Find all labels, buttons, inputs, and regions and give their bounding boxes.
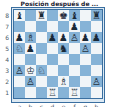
rank-labels: 87654321 xyxy=(2,7,11,103)
square-b6: ♗ xyxy=(25,32,36,43)
square-d2 xyxy=(47,76,58,87)
file-label-f: f xyxy=(69,103,80,107)
black-pawn: ♟ xyxy=(48,32,57,43)
rank-label-8: 8 xyxy=(2,10,11,21)
black-knight: ♞ xyxy=(59,43,68,54)
square-e2: ♗ xyxy=(58,76,69,87)
file-label-b: b xyxy=(25,103,36,107)
square-e8: ♚ xyxy=(58,10,69,21)
black-pawn: ♟ xyxy=(59,32,68,43)
square-h7 xyxy=(91,21,102,32)
chess-board: ♝♜♚♝♜♟♟♗♟♟♙♟♟♘♟♞♙♙♔♘♙♗♙♖♖ xyxy=(14,10,102,98)
black-pawn: ♟ xyxy=(15,32,24,43)
square-c7 xyxy=(36,21,47,32)
square-d5 xyxy=(47,43,58,54)
rank-label-6: 6 xyxy=(2,32,11,43)
square-g7 xyxy=(80,21,91,32)
square-b4 xyxy=(25,54,36,65)
black-pawn: ♟ xyxy=(26,43,35,54)
white-rook: ♖ xyxy=(48,87,57,98)
file-label-d: d xyxy=(47,103,58,107)
square-e4 xyxy=(58,54,69,65)
square-c8: ♜ xyxy=(36,10,47,21)
white-pawn: ♙ xyxy=(15,65,24,76)
square-h8: ♜ xyxy=(91,10,102,21)
square-e6: ♟ xyxy=(58,32,69,43)
square-g2 xyxy=(80,76,91,87)
rank-label-5: 5 xyxy=(2,43,11,54)
board-area: 87654321 ♝♜♚♝♜♟♟♗♟♟♙♟♟♘♟♞♙♙♔♘♙♗♙♖♖ xyxy=(2,7,119,103)
square-e7 xyxy=(58,21,69,32)
square-d4 xyxy=(47,54,58,65)
square-h3 xyxy=(91,65,102,76)
square-g1 xyxy=(80,87,91,98)
black-king: ♚ xyxy=(59,10,68,21)
square-b1 xyxy=(25,87,36,98)
square-e1 xyxy=(58,87,69,98)
square-e5: ♞ xyxy=(58,43,69,54)
square-h2: ♙ xyxy=(91,76,102,87)
square-c3: ♘ xyxy=(36,65,47,76)
square-f4 xyxy=(69,54,80,65)
square-b7 xyxy=(25,21,36,32)
square-a7 xyxy=(14,21,25,32)
square-f6: ♙ xyxy=(69,32,80,43)
square-h6: ♟ xyxy=(91,32,102,43)
white-bishop: ♗ xyxy=(26,32,35,43)
square-g8 xyxy=(80,10,91,21)
square-g5: ♙ xyxy=(80,43,91,54)
square-c1 xyxy=(36,87,47,98)
square-h5 xyxy=(91,43,102,54)
square-b2: ♙ xyxy=(25,76,36,87)
square-g3 xyxy=(80,65,91,76)
black-pawn: ♟ xyxy=(70,21,79,32)
square-a4 xyxy=(14,54,25,65)
square-d1: ♖ xyxy=(47,87,58,98)
white-bishop: ♗ xyxy=(59,76,68,87)
square-c2 xyxy=(36,76,47,87)
square-f7: ♟ xyxy=(69,21,80,32)
square-a2 xyxy=(14,76,25,87)
square-f3 xyxy=(69,65,80,76)
white-pawn: ♙ xyxy=(92,76,101,87)
white-rook: ♖ xyxy=(70,87,79,98)
square-g6: ♟ xyxy=(80,32,91,43)
rank-label-3: 3 xyxy=(2,65,11,76)
file-label-c: c xyxy=(36,103,47,107)
file-label-h: h xyxy=(91,103,102,107)
square-f2 xyxy=(69,76,80,87)
board-frame: ♝♜♚♝♜♟♟♗♟♟♙♟♟♘♟♞♙♙♔♘♙♗♙♖♖ xyxy=(11,7,105,103)
file-label-g: g xyxy=(80,103,91,107)
file-labels: abcdefgh xyxy=(14,103,119,107)
diagram-caption: Posición después de ... xyxy=(0,0,119,7)
square-h4 xyxy=(91,54,102,65)
white-knight: ♘ xyxy=(37,65,46,76)
square-b8 xyxy=(25,10,36,21)
rank-label-4: 4 xyxy=(2,54,11,65)
rank-label-2: 2 xyxy=(2,76,11,87)
square-f8: ♝ xyxy=(69,10,80,21)
square-e3 xyxy=(58,65,69,76)
file-label-e: e xyxy=(58,103,69,107)
square-f1: ♖ xyxy=(69,87,80,98)
square-d7 xyxy=(47,21,58,32)
square-b5: ♟ xyxy=(25,43,36,54)
square-h1 xyxy=(91,87,102,98)
white-knight: ♘ xyxy=(15,43,24,54)
white-pawn: ♙ xyxy=(81,43,90,54)
black-bishop: ♝ xyxy=(15,10,24,21)
white-king: ♔ xyxy=(26,65,35,76)
white-pawn: ♙ xyxy=(26,76,35,87)
square-a3: ♙ xyxy=(14,65,25,76)
square-c6 xyxy=(36,32,47,43)
square-a6: ♟ xyxy=(14,32,25,43)
square-d3 xyxy=(47,65,58,76)
square-b3: ♔ xyxy=(25,65,36,76)
rank-label-7: 7 xyxy=(2,21,11,32)
black-pawn: ♟ xyxy=(81,32,90,43)
square-a1 xyxy=(14,87,25,98)
square-a5: ♘ xyxy=(14,43,25,54)
black-rook: ♜ xyxy=(37,10,46,21)
rank-label-1: 1 xyxy=(2,87,11,98)
square-c4 xyxy=(36,54,47,65)
black-rook: ♜ xyxy=(92,10,101,21)
square-d6: ♟ xyxy=(47,32,58,43)
white-pawn: ♙ xyxy=(70,32,79,43)
square-g4 xyxy=(80,54,91,65)
black-pawn: ♟ xyxy=(92,32,101,43)
black-bishop: ♝ xyxy=(70,10,79,21)
square-a8: ♝ xyxy=(14,10,25,21)
file-label-a: a xyxy=(14,103,25,107)
square-d8 xyxy=(47,10,58,21)
square-f5 xyxy=(69,43,80,54)
square-c5 xyxy=(36,43,47,54)
